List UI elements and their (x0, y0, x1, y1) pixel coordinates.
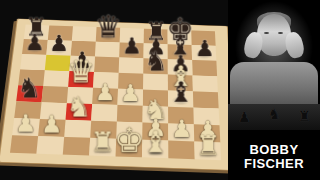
chess-board-3d: ♜♛♜♚♟♟♟♟♝♟♟♞♟♛♝♞♟♟♝♞♞♟♟♟♟♟♜♚♝♜ (0, 19, 237, 171)
square-a2[interactable]: ♟ (12, 118, 40, 136)
fischer-photo-panel: ♟ ♞ ♜ BOBBY FISCHER (228, 0, 320, 180)
square-h7[interactable]: ♟ (192, 45, 217, 61)
caption: BOBBY FISCHER (228, 143, 320, 172)
square-c3[interactable]: ♞ (66, 103, 93, 121)
square-h5[interactable] (192, 75, 217, 92)
square-d7[interactable] (95, 42, 120, 58)
board-frame: ♜♛♜♚♟♟♟♟♝♟♟♞♟♛♝♞♟♟♝♞♞♟♟♟♟♟♜♚♝♜ (0, 19, 237, 171)
black-knight-f6[interactable]: ♞ (144, 48, 168, 75)
white-pawn-d4[interactable]: ♟ (94, 81, 115, 104)
caption-line1: BOBBY (228, 143, 320, 158)
white-pawn-a2[interactable]: ♟ (14, 112, 35, 136)
silhouette-knight-icon: ♞ (268, 107, 281, 121)
white-rook-d1[interactable]: ♜ (90, 129, 115, 156)
square-f6[interactable]: ♞ (143, 58, 168, 74)
square-g1[interactable] (168, 141, 195, 160)
square-a4[interactable]: ♞ (16, 85, 43, 102)
white-king-e1[interactable]: ♚ (114, 123, 144, 157)
thumbnail: ♜♛♜♚♟♟♟♟♝♟♟♞♟♛♝♞♟♟♝♞♞♟♟♟♟♟♜♚♝♜ ♟ ♞ ♜ BOB… (0, 0, 320, 180)
white-queen-c5[interactable]: ♛ (66, 55, 95, 87)
square-c8[interactable] (72, 26, 97, 41)
square-f1[interactable]: ♝ (142, 140, 168, 159)
square-a7[interactable]: ♟ (22, 39, 48, 55)
square-a6[interactable] (20, 54, 46, 70)
white-pawn-g2[interactable]: ♟ (171, 117, 192, 141)
white-knight-c3[interactable]: ♞ (66, 93, 91, 121)
white-rook-h1[interactable]: ♜ (196, 132, 221, 159)
square-a1[interactable] (10, 135, 38, 154)
square-e7[interactable]: ♟ (119, 42, 144, 58)
square-g2[interactable]: ♟ (168, 123, 194, 141)
white-pawn-b2[interactable]: ♟ (40, 113, 61, 137)
square-d8[interactable]: ♛ (96, 27, 121, 42)
square-b1[interactable] (36, 136, 64, 155)
board-grid: ♜♛♜♚♟♟♟♟♝♟♟♞♟♛♝♞♟♟♝♞♞♟♟♟♟♟♜♚♝♜ (10, 25, 221, 161)
square-c2[interactable] (64, 120, 91, 138)
black-pawn-h7[interactable]: ♟ (194, 38, 214, 60)
square-e1[interactable]: ♚ (116, 139, 143, 158)
square-g4[interactable]: ♝ (168, 90, 193, 107)
square-h1[interactable]: ♜ (194, 141, 221, 160)
black-pawn-a7[interactable]: ♟ (24, 32, 44, 54)
square-h4[interactable] (193, 91, 219, 108)
square-e4[interactable]: ♟ (117, 89, 143, 106)
silhouette-rook-icon: ♜ (298, 109, 311, 123)
square-f5[interactable] (143, 74, 168, 91)
caption-line2: FISCHER (228, 157, 320, 172)
silhouette-pawn-icon: ♟ (238, 110, 251, 124)
black-pawn-e7[interactable]: ♟ (121, 36, 141, 58)
white-bishop-f1[interactable]: ♝ (142, 128, 169, 158)
black-pawn-b7[interactable]: ♟ (48, 33, 68, 55)
square-d1[interactable]: ♜ (89, 138, 116, 157)
square-b2[interactable]: ♟ (38, 119, 65, 137)
black-bishop-g4[interactable]: ♝ (168, 79, 193, 107)
black-queen-d8[interactable]: ♛ (94, 11, 122, 42)
square-e6[interactable] (119, 57, 144, 73)
square-b5[interactable] (43, 70, 69, 87)
black-knight-a4[interactable]: ♞ (17, 74, 42, 101)
square-c1[interactable] (63, 137, 90, 156)
square-c5[interactable]: ♛ (68, 71, 94, 88)
photo-chess-table: ♟ ♞ ♜ (228, 104, 320, 130)
white-pawn-e4[interactable]: ♟ (120, 82, 141, 105)
square-b4[interactable] (42, 86, 69, 103)
square-d4[interactable]: ♟ (92, 88, 118, 105)
square-d6[interactable] (94, 57, 119, 73)
square-h6[interactable] (192, 60, 217, 76)
